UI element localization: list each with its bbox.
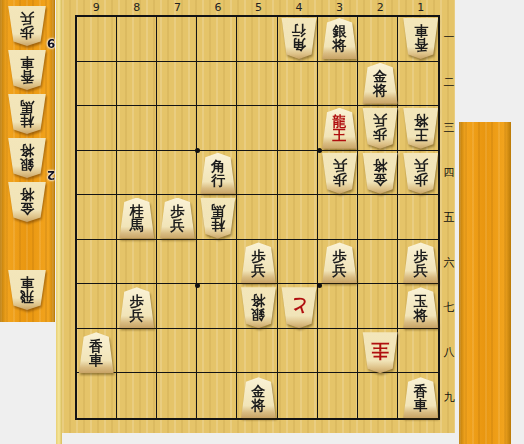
board-cell-7三[interactable] (157, 106, 197, 151)
piece-gote-金将[interactable]: 金将 (362, 153, 399, 194)
gote-hand-slot-5 (7, 224, 48, 268)
piece-kanji: 香車 (414, 24, 428, 52)
hand-piece-gote-歩兵[interactable]: 歩兵 (7, 6, 47, 46)
piece-gote-桂馬[interactable]: 桂馬 (199, 198, 236, 239)
piece-kanji: 銀将 (20, 144, 34, 172)
file-label-5: 5 (252, 1, 264, 14)
piece-gote-歩兵[interactable]: 歩兵 (402, 153, 439, 194)
piece-sente-歩兵[interactable]: 歩兵 (118, 287, 155, 328)
piece-gote-香車[interactable]: 香車 (402, 18, 439, 59)
board-cell-4九[interactable] (278, 373, 318, 418)
piece-kanji: 角行 (292, 24, 306, 52)
piece-kanji: 香車 (20, 56, 34, 84)
promoted-piece-gote-と[interactable]: と (281, 287, 318, 328)
file-label-8: 8 (131, 1, 143, 14)
board-cell-1八[interactable] (398, 329, 438, 374)
board-cell-8九[interactable] (117, 373, 157, 418)
board-cell-5五[interactable] (237, 195, 277, 240)
file-label-3: 3 (334, 1, 346, 14)
board-cell-6二[interactable] (197, 62, 237, 107)
gote-hand-slot-1: 香車 (7, 48, 48, 92)
piece-kanji: 玉将 (414, 294, 428, 322)
board-cell-6三[interactable] (197, 106, 237, 151)
board-cell-3五[interactable] (318, 195, 358, 240)
piece-sente-角行[interactable]: 角行 (199, 153, 236, 194)
board-cell-4五[interactable] (278, 195, 318, 240)
board-cell-4四[interactable] (278, 151, 318, 196)
piece-sente-銀将[interactable]: 銀将 (321, 18, 358, 59)
board-cell-3八[interactable] (318, 329, 358, 374)
shogi-app: { "game": "shogi", "position": { "sfen":… (0, 0, 524, 444)
piece-sente-桂馬[interactable]: 桂馬 (118, 198, 155, 239)
board-cell-9五[interactable] (77, 195, 117, 240)
board-cell-8二[interactable] (117, 62, 157, 107)
file-label-2: 2 (374, 1, 386, 14)
piece-sente-金将[interactable]: 金将 (240, 377, 277, 418)
file-label-9: 9 (90, 1, 102, 14)
piece-kanji: 角行 (211, 159, 225, 187)
piece-sente-香車[interactable]: 香車 (78, 332, 115, 373)
piece-gote-角行[interactable]: 角行 (281, 18, 318, 59)
shogi-board: 987654321 一二三四五六七八九 角行銀将香車金将龍王歩兵王将角行歩兵金将… (62, 0, 455, 433)
piece-kanji: 歩兵 (170, 204, 184, 232)
piece-kanji: 歩兵 (251, 249, 265, 277)
board-cell-3二[interactable] (318, 62, 358, 107)
board-cell-8一[interactable] (117, 17, 157, 62)
piece-gote-銀将[interactable]: 銀将 (240, 287, 277, 328)
piece-kanji: 歩兵 (130, 294, 144, 322)
gote-hand-slot-3: 銀将2 (7, 136, 48, 180)
board-cell-1五[interactable] (398, 195, 438, 240)
board-cell-7九[interactable] (157, 373, 197, 418)
board-cell-4六[interactable] (278, 240, 318, 285)
board-cell-2五[interactable] (358, 195, 398, 240)
piece-kanji: 歩兵 (373, 114, 387, 142)
file-label-1: 1 (415, 1, 427, 14)
hoshi-point (317, 283, 322, 288)
rank-label-7: 七 (443, 300, 455, 315)
board-cell-7八[interactable] (157, 329, 197, 374)
piece-gote-歩兵[interactable]: 歩兵 (362, 108, 399, 149)
board-cell-8八[interactable] (117, 329, 157, 374)
hand-piece-gote-香車[interactable]: 香車 (7, 50, 47, 90)
board-cell-8三[interactable] (117, 106, 157, 151)
promoted-piece-sente-龍王[interactable]: 龍王 (321, 108, 358, 149)
board-cell-9一[interactable] (77, 17, 117, 62)
piece-sente-香車[interactable]: 香車 (402, 377, 439, 418)
piece-gote-王将[interactable]: 王将 (402, 108, 439, 149)
piece-kanji: 銀将 (251, 294, 265, 322)
board-cell-3九[interactable] (318, 373, 358, 418)
board-cell-8四[interactable] (117, 151, 157, 196)
board-cell-5四[interactable] (237, 151, 277, 196)
board-cell-9二[interactable] (77, 62, 117, 107)
piece-kanji: 歩兵 (414, 249, 428, 277)
board-cell-1二[interactable] (398, 62, 438, 107)
rank-label-8: 八 (443, 345, 455, 360)
piece-kanji: 桂馬 (20, 100, 34, 128)
board-cell-7一[interactable] (157, 17, 197, 62)
gote-hand-slot-2: 桂馬 (7, 92, 48, 136)
board-cell-9九[interactable] (77, 373, 117, 418)
piece-sente-歩兵[interactable]: 歩兵 (321, 242, 358, 283)
piece-sente-金将[interactable]: 金将 (362, 63, 399, 104)
hand-piece-gote-銀将[interactable]: 銀将 (7, 138, 47, 178)
board-cell-2六[interactable] (358, 240, 398, 285)
board-cell-7二[interactable] (157, 62, 197, 107)
rank-label-5: 五 (443, 210, 455, 225)
piece-kanji: 金将 (20, 188, 34, 216)
promoted-piece-gote-圭[interactable]: 圭 (362, 332, 399, 373)
rank-label-2: 二 (443, 75, 455, 90)
file-label-4: 4 (293, 1, 305, 14)
hand-piece-gote-金将[interactable]: 金将 (7, 182, 47, 222)
piece-sente-歩兵[interactable]: 歩兵 (159, 198, 196, 239)
hand-piece-gote-桂馬[interactable]: 桂馬 (7, 94, 47, 134)
piece-kanji: 歩兵 (20, 12, 34, 40)
piece-kanji: 飛車 (20, 276, 34, 304)
board-cell-3七[interactable] (318, 284, 358, 329)
board-cell-2九[interactable] (358, 373, 398, 418)
piece-kanji: 香車 (414, 384, 428, 412)
board-cell-6八[interactable] (197, 329, 237, 374)
board-cell-6一[interactable] (197, 17, 237, 62)
piece-gote-歩兵[interactable]: 歩兵 (321, 153, 358, 194)
file-label-7: 7 (171, 1, 183, 14)
board-cell-2七[interactable] (358, 284, 398, 329)
board-cell-4八[interactable] (278, 329, 318, 374)
rank-label-1: 一 (443, 30, 455, 45)
piece-kanji: 金将 (373, 159, 387, 187)
piece-sente-歩兵[interactable]: 歩兵 (240, 242, 277, 283)
board-cell-4三[interactable] (278, 106, 318, 151)
rank-label-9: 九 (443, 390, 455, 405)
gote-hand-slot-6: 飛車 (7, 268, 48, 312)
piece-kanji: 王将 (414, 114, 428, 142)
piece-kanji: と (290, 301, 308, 315)
hoshi-point (317, 148, 322, 153)
piece-kanji: 金将 (373, 69, 387, 97)
piece-kanji: 歩兵 (333, 159, 347, 187)
board-cell-6九[interactable] (197, 373, 237, 418)
board-cell-7七[interactable] (157, 284, 197, 329)
hand-piece-gote-飛車[interactable]: 飛車 (7, 270, 47, 310)
board-cell-9七[interactable] (77, 284, 117, 329)
rank-label-6: 六 (443, 255, 455, 270)
piece-sente-玉将[interactable]: 玉将 (402, 287, 439, 328)
board-cell-7四[interactable] (157, 151, 197, 196)
board-cell-9四[interactable] (77, 151, 117, 196)
board-cell-6七[interactable] (197, 284, 237, 329)
board-cell-5八[interactable] (237, 329, 277, 374)
piece-kanji: 龍王 (333, 114, 347, 142)
piece-kanji: 香車 (89, 339, 103, 367)
piece-kanji: 金将 (251, 384, 265, 412)
file-label-6: 6 (212, 1, 224, 14)
piece-kanji: 圭 (371, 346, 389, 360)
piece-sente-歩兵[interactable]: 歩兵 (402, 242, 439, 283)
board-cell-5一[interactable] (237, 17, 277, 62)
gote-hand-slot-4: 金将 (7, 180, 48, 224)
board-cell-4二[interactable] (278, 62, 318, 107)
rank-label-3: 三 (443, 120, 455, 135)
piece-kanji: 銀将 (333, 24, 347, 52)
rank-label-4: 四 (443, 165, 455, 180)
piece-kanji: 桂馬 (130, 204, 144, 232)
piece-kanji: 歩兵 (414, 159, 428, 187)
piece-kanji: 桂馬 (211, 204, 225, 232)
sente-hand-stand (459, 122, 511, 444)
board-cell-5二[interactable] (237, 62, 277, 107)
piece-kanji: 歩兵 (333, 249, 347, 277)
board-cell-9六[interactable] (77, 240, 117, 285)
board-cell-6六[interactable] (197, 240, 237, 285)
board-cell-7六[interactable] (157, 240, 197, 285)
board-cell-2一[interactable] (358, 17, 398, 62)
board-cell-5三[interactable] (237, 106, 277, 151)
gote-hand-stand: 歩兵9香車桂馬銀将2金将飛車 (0, 0, 55, 322)
gote-hand-slot-0: 歩兵9 (7, 4, 48, 48)
board-cell-9三[interactable] (77, 106, 117, 151)
board-cell-8六[interactable] (117, 240, 157, 285)
